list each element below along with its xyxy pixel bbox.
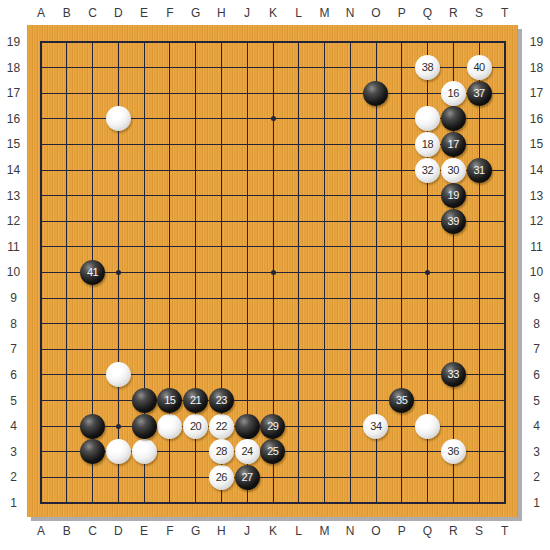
stone-white-D16 — [106, 106, 131, 131]
coordinate-label: 19 — [530, 35, 543, 49]
row-labels-left: 19181716151413121110987654321 — [1, 29, 26, 516]
coordinate-label: N — [346, 6, 355, 20]
coordinate-label: B — [63, 524, 71, 538]
stone-move-number: 30 — [448, 165, 459, 176]
stone-black-R6-move-33: 33 — [441, 362, 466, 387]
stone-move-number: 35 — [396, 395, 407, 406]
coordinate-label: 17 — [530, 86, 543, 100]
stone-black-O17 — [363, 81, 388, 106]
coordinate-label: 12 — [530, 214, 543, 228]
coordinate-label: T — [501, 6, 508, 20]
coordinate-label: B — [63, 6, 71, 20]
stone-black-R13-move-19: 19 — [441, 183, 466, 208]
stone-black-R15-move-17: 17 — [441, 132, 466, 157]
stone-black-F5-move-15: 15 — [157, 388, 182, 413]
coordinate-label: 13 — [530, 189, 543, 203]
coordinate-label: 1 — [533, 496, 540, 510]
coordinate-label: E — [140, 6, 148, 20]
coordinate-label: D — [114, 524, 123, 538]
stone-white-H3-move-28: 28 — [209, 439, 234, 464]
stone-move-number: 18 — [422, 139, 433, 150]
stone-black-J4 — [235, 414, 260, 439]
coordinate-label: M — [319, 524, 329, 538]
coordinate-label: 18 — [530, 61, 543, 75]
stone-black-E4 — [132, 414, 157, 439]
coordinate-label: 8 — [10, 317, 17, 331]
coordinate-label: J — [244, 6, 250, 20]
coordinate-label: 4 — [533, 419, 540, 433]
stone-move-number: 24 — [241, 446, 252, 457]
stone-white-Q4 — [415, 414, 440, 439]
stone-move-number: 16 — [448, 88, 459, 99]
coordinate-label: R — [449, 524, 458, 538]
stone-black-E5 — [132, 388, 157, 413]
coordinate-label: 7 — [533, 342, 540, 356]
stone-white-G4-move-20: 20 — [183, 414, 208, 439]
coordinate-label: 15 — [7, 137, 20, 151]
stone-black-G5-move-21: 21 — [183, 388, 208, 413]
stone-move-number: 28 — [216, 446, 227, 457]
coordinate-label: 14 — [530, 163, 543, 177]
stone-move-number: 29 — [267, 421, 278, 432]
coordinate-label: C — [88, 6, 97, 20]
stone-black-K4-move-29: 29 — [260, 414, 285, 439]
stone-move-number: 19 — [448, 190, 459, 201]
stone-white-F4 — [157, 414, 182, 439]
stone-white-S18-move-40: 40 — [467, 55, 492, 80]
coordinate-label: G — [191, 524, 200, 538]
coordinate-label: Q — [423, 524, 432, 538]
row-labels-right: 19181716151413121110987654321 — [524, 29, 549, 516]
stone-black-C10-move-41: 41 — [80, 260, 105, 285]
stone-move-number: 34 — [370, 421, 381, 432]
coordinate-label: J — [244, 524, 250, 538]
stone-black-S17-move-37: 37 — [467, 81, 492, 106]
column-labels-bottom: ABCDEFGHJKLMNOPQRST — [28, 519, 518, 543]
coordinate-label: H — [217, 524, 226, 538]
stone-move-number: 32 — [422, 165, 433, 176]
coordinate-label: 18 — [7, 61, 20, 75]
coordinate-label: C — [88, 524, 97, 538]
coordinate-label: 1 — [10, 496, 17, 510]
coordinate-label: 6 — [10, 368, 17, 382]
coordinate-label: 8 — [533, 317, 540, 331]
coordinate-label: 15 — [530, 137, 543, 151]
go-board-diagram: ABCDEFGHJKLMNOPQRST ABCDEFGHJKLMNOPQRST … — [0, 0, 550, 550]
coordinate-label: 7 — [10, 342, 17, 356]
stone-move-number: 40 — [473, 62, 484, 73]
coordinate-label: P — [398, 6, 406, 20]
coordinate-label: 14 — [7, 163, 20, 177]
stone-move-number: 36 — [448, 446, 459, 457]
coordinate-label: 4 — [10, 419, 17, 433]
stone-black-R12-move-39: 39 — [441, 209, 466, 234]
coordinate-label: G — [191, 6, 200, 20]
stone-white-Q15-move-18: 18 — [415, 132, 440, 157]
coordinate-label: T — [501, 524, 508, 538]
coordinate-label: 3 — [10, 445, 17, 459]
stone-white-J3-move-24: 24 — [235, 439, 260, 464]
stone-white-E3 — [132, 439, 157, 464]
coordinate-label: O — [371, 524, 380, 538]
stone-white-Q16 — [415, 106, 440, 131]
coordinate-label: S — [475, 524, 483, 538]
coordinate-label: O — [371, 6, 380, 20]
coordinate-label: M — [319, 6, 329, 20]
stone-black-R16 — [441, 106, 466, 131]
coordinate-label: 12 — [7, 214, 20, 228]
stone-move-number: 33 — [448, 369, 459, 380]
stone-white-R17-move-16: 16 — [441, 81, 466, 106]
coordinate-label: L — [295, 6, 302, 20]
coordinate-label: 9 — [533, 291, 540, 305]
coordinate-label: R — [449, 6, 458, 20]
stone-move-number: 22 — [216, 421, 227, 432]
stone-move-number: 41 — [87, 267, 98, 278]
coordinate-label: 9 — [10, 291, 17, 305]
coordinate-label: 16 — [7, 112, 20, 126]
coordinate-label: Q — [423, 6, 432, 20]
stone-move-number: 25 — [267, 446, 278, 457]
stones-grid: 1516171819202122232425262728293031323334… — [28, 29, 518, 516]
stone-move-number: 27 — [241, 472, 252, 483]
coordinate-label: 13 — [7, 189, 20, 203]
coordinate-label: 19 — [7, 35, 20, 49]
coordinate-label: K — [269, 6, 277, 20]
coordinate-label: E — [140, 524, 148, 538]
stone-move-number: 39 — [448, 216, 459, 227]
stone-move-number: 17 — [448, 139, 459, 150]
stone-black-S14-move-31: 31 — [467, 158, 492, 183]
stone-move-number: 23 — [216, 395, 227, 406]
stone-white-D6 — [106, 362, 131, 387]
coordinate-label: 2 — [533, 470, 540, 484]
coordinate-label: 16 — [530, 112, 543, 126]
stone-white-Q14-move-32: 32 — [415, 158, 440, 183]
stone-white-H4-move-22: 22 — [209, 414, 234, 439]
coordinate-label: 11 — [7, 240, 19, 254]
go-board[interactable]: 1516171819202122232425262728293031323334… — [27, 25, 518, 517]
coordinate-label: D — [114, 6, 123, 20]
coordinate-label: 2 — [10, 470, 17, 484]
stone-move-number: 26 — [216, 472, 227, 483]
coordinate-label: P — [398, 524, 406, 538]
stone-black-K3-move-25: 25 — [260, 439, 285, 464]
coordinate-label: 5 — [533, 394, 540, 408]
stone-move-number: 20 — [190, 421, 201, 432]
coordinate-label: F — [166, 6, 173, 20]
coordinate-label: S — [475, 6, 483, 20]
stone-black-J2-move-27: 27 — [235, 465, 260, 490]
coordinate-label: 17 — [7, 86, 20, 100]
stone-black-H5-move-23: 23 — [209, 388, 234, 413]
stone-white-O4-move-34: 34 — [363, 414, 388, 439]
stone-move-number: 15 — [164, 395, 175, 406]
stone-black-C4 — [80, 414, 105, 439]
coordinate-label: 10 — [530, 265, 543, 279]
stone-white-H2-move-26: 26 — [209, 465, 234, 490]
stone-white-D3 — [106, 439, 131, 464]
stone-move-number: 37 — [473, 88, 484, 99]
stone-move-number: 31 — [473, 165, 484, 176]
coordinate-label: 10 — [7, 265, 20, 279]
stone-move-number: 38 — [422, 62, 433, 73]
coordinate-label: F — [166, 524, 173, 538]
coordinate-label: 6 — [533, 368, 540, 382]
stone-white-R3-move-36: 36 — [441, 439, 466, 464]
coordinate-label: H — [217, 6, 226, 20]
stone-white-R14-move-30: 30 — [441, 158, 466, 183]
coordinate-label: A — [37, 524, 45, 538]
coordinate-label: 11 — [530, 240, 542, 254]
stone-white-Q18-move-38: 38 — [415, 55, 440, 80]
stone-black-P5-move-35: 35 — [389, 388, 414, 413]
column-labels-top: ABCDEFGHJKLMNOPQRST — [28, 1, 518, 25]
stone-black-C3 — [80, 439, 105, 464]
coordinate-label: N — [346, 524, 355, 538]
coordinate-label: A — [37, 6, 45, 20]
coordinate-label: K — [269, 524, 277, 538]
coordinate-label: L — [295, 524, 302, 538]
coordinate-label: 5 — [10, 394, 17, 408]
stone-move-number: 21 — [190, 395, 201, 406]
coordinate-label: 3 — [533, 445, 540, 459]
